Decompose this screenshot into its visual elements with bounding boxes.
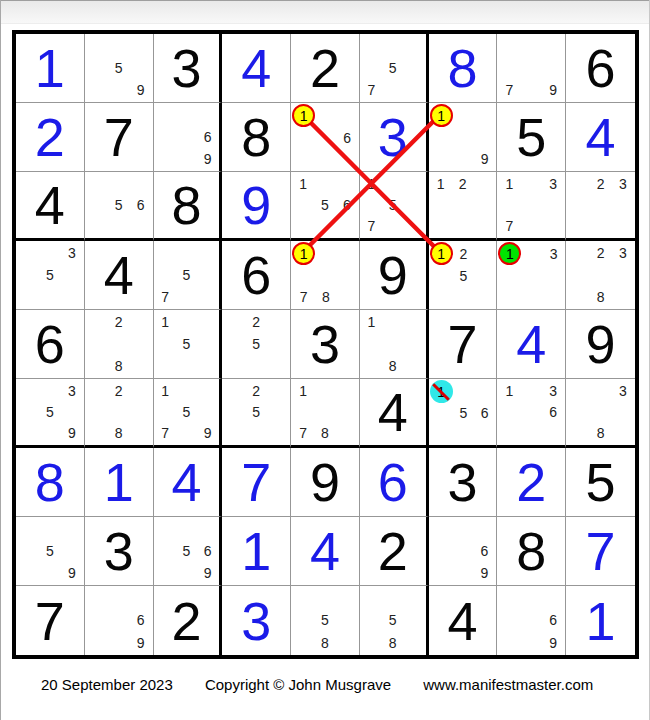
- footer-date: 20 September 2023: [41, 676, 173, 693]
- pencil-slot-1: [17, 380, 39, 401]
- pencil-slot-2: 2: [453, 242, 474, 265]
- cell-r5c7[interactable]: 7: [429, 310, 498, 379]
- pencil-slot-1: [86, 35, 108, 57]
- cell-value: 4: [104, 248, 134, 302]
- pencil-slot-3: [130, 35, 152, 57]
- pencil-slot-1: [86, 380, 108, 401]
- pencil-slot-5: 5: [108, 57, 130, 79]
- pencil-slot-3: 3: [61, 380, 83, 401]
- pencil-slot-5: [521, 265, 542, 287]
- pencil-slot-8: 8: [314, 632, 336, 654]
- pencil-slot-6: [403, 57, 424, 79]
- pencil-slot-4: [430, 127, 453, 149]
- pencil-slot-7: [86, 632, 108, 654]
- pencil-slot-6: [197, 401, 218, 422]
- pencil-slot-6: 6: [130, 609, 152, 631]
- cell-r1c6[interactable]: 57: [360, 34, 429, 103]
- cell-r1c1[interactable]: 1: [16, 34, 85, 103]
- cell-r3c3[interactable]: 8: [154, 172, 223, 241]
- cell-value: 8: [171, 178, 201, 232]
- cell-value: 8: [35, 455, 65, 509]
- highlighted-candidate: 1: [292, 104, 315, 127]
- pencil-slot-2: [176, 380, 197, 401]
- pencil-slot-5: [382, 333, 403, 355]
- cell-r6c6[interactable]: 4: [360, 379, 429, 448]
- cell-value: 6: [586, 41, 616, 95]
- cell-r2c2[interactable]: 7: [85, 103, 154, 172]
- pencil-slot-1: [361, 587, 382, 609]
- highlighted-candidate: 1: [292, 242, 315, 265]
- cell-r1c7[interactable]: 8: [429, 34, 498, 103]
- cell-value: 9: [241, 178, 271, 232]
- cell-r1c2[interactable]: 59: [85, 34, 154, 103]
- cell-r6c4[interactable]: 25: [222, 379, 291, 448]
- pencil-slot-1: [155, 518, 176, 540]
- pencil-slot-8: [108, 632, 130, 654]
- pencil-marks: 56: [86, 173, 152, 237]
- cell-r7c6[interactable]: 6: [360, 448, 429, 517]
- cell-r7c5[interactable]: 9: [291, 448, 360, 517]
- pencil-slot-9: [403, 216, 424, 237]
- cell-r6c9[interactable]: 38: [566, 379, 635, 448]
- pencil-slot-2: [176, 242, 197, 264]
- pencil-slot-8: [39, 286, 61, 308]
- cell-r7c3[interactable]: 4: [154, 448, 223, 517]
- pencil-slot-3: [474, 518, 496, 540]
- pencil-slot-4: [430, 194, 452, 215]
- eliminated-candidate: 1: [430, 380, 453, 403]
- pencil-marks: 25: [223, 311, 289, 377]
- pencil-slot-9: 9: [61, 423, 83, 444]
- pencil-slot-5: [520, 194, 542, 215]
- pencil-slot-7: [361, 355, 382, 377]
- cell-r4c1[interactable]: 35: [16, 241, 85, 310]
- pencil-marks: 18: [361, 311, 425, 377]
- pencil-marks: 569: [155, 518, 219, 584]
- pencil-slot-1: 1: [155, 311, 176, 333]
- pencil-slot-7: [17, 562, 39, 584]
- cell-r4c5[interactable]: 178: [291, 241, 360, 310]
- cell-r8c7[interactable]: 69: [429, 517, 498, 586]
- pencil-slot-4: [292, 127, 315, 149]
- pencil-slot-8: [245, 355, 267, 377]
- cell-r2c8[interactable]: 5: [497, 103, 566, 172]
- cell-value: 2: [171, 594, 201, 648]
- pencil-slot-8: [108, 216, 130, 237]
- cell-r8c1[interactable]: 59: [16, 517, 85, 586]
- pencil-slot-4: [498, 194, 520, 215]
- pencil-slot-1: [86, 173, 108, 194]
- pencil-slot-5: 5: [382, 609, 403, 631]
- cell-value: 3: [378, 110, 408, 164]
- pencil-slot-6: [474, 194, 496, 215]
- cell-r4c2[interactable]: 4: [85, 241, 154, 310]
- pencil-marks: 58: [361, 587, 425, 654]
- pencil-slot-1: [86, 311, 108, 333]
- pencil-slot-3: [542, 35, 564, 57]
- pencil-slot-9: [197, 286, 218, 308]
- pencil-slot-5: [108, 609, 130, 631]
- cell-r2c7[interactable]: 19: [429, 103, 498, 172]
- pencil-slot-8: [520, 216, 542, 237]
- pencil-slot-2: [382, 311, 403, 333]
- pencil-slot-7: [292, 632, 314, 654]
- pencil-slot-6: [474, 127, 495, 149]
- cell-r9c3[interactable]: 2: [154, 586, 223, 655]
- cell-r7c4[interactable]: 7: [222, 448, 291, 517]
- sudoku-board: 1593425787962769816319544568915615712137…: [12, 30, 639, 659]
- pencil-slot-4: [17, 540, 39, 562]
- pencil-slot-7: [155, 562, 176, 584]
- pencil-slot-4: [498, 609, 520, 631]
- pencil-slot-1: [567, 242, 589, 264]
- cell-r4c7[interactable]: 125: [429, 241, 498, 310]
- cell-r1c5[interactable]: 2: [291, 34, 360, 103]
- pencil-slot-5: 5: [245, 333, 267, 355]
- pencil-slot-4: [86, 609, 108, 631]
- pencil-slot-6: [130, 401, 152, 422]
- cell-r8c2[interactable]: 3: [85, 517, 154, 586]
- pencil-slot-5: 5: [382, 57, 403, 79]
- cell-value: 2: [378, 524, 408, 578]
- pencil-slot-5: 5: [314, 194, 336, 215]
- pencil-slot-9: 9: [197, 562, 218, 584]
- pencil-slot-8: 8: [382, 632, 403, 654]
- pencil-slot-3: [130, 173, 152, 194]
- pencil-slot-4: [17, 401, 39, 422]
- cell-value: 6: [241, 248, 271, 302]
- cell-r1c9[interactable]: 6: [566, 34, 635, 103]
- pencil-slot-3: [197, 242, 218, 264]
- pencil-slot-1: 1: [361, 311, 382, 333]
- cell-r4c4[interactable]: 6: [222, 241, 291, 310]
- pencil-slot-6: 6: [542, 401, 564, 422]
- cell-r2c6[interactable]: 3: [360, 103, 429, 172]
- cell-r2c9[interactable]: 4: [566, 103, 635, 172]
- pencil-slot-5: [589, 401, 611, 422]
- pencil-slot-7: 7: [498, 79, 520, 101]
- cell-r3c4[interactable]: 9: [222, 172, 291, 241]
- pencil-slot-4: [361, 609, 382, 631]
- cell-value: 2: [35, 110, 65, 164]
- pencil-slot-7: [361, 632, 382, 654]
- cell-r9c6[interactable]: 58: [360, 586, 429, 655]
- cell-r1c4[interactable]: 4: [222, 34, 291, 103]
- pencil-slot-2: [315, 242, 336, 265]
- pencil-slot-7: [292, 216, 314, 237]
- pencil-slot-8: [453, 287, 474, 309]
- pencil-slot-3: [474, 173, 496, 194]
- cell-r6c7[interactable]: 156: [429, 379, 498, 448]
- cell-r2c1[interactable]: 2: [16, 103, 85, 172]
- cell-r8c5[interactable]: 4: [291, 517, 360, 586]
- cell-value: 1: [104, 455, 134, 509]
- cell-r3c9[interactable]: 23: [566, 172, 635, 241]
- pencil-slot-8: 8: [108, 423, 130, 444]
- cell-r9c4[interactable]: 3: [222, 586, 291, 655]
- cell-value: 3: [171, 41, 201, 95]
- pencil-slot-7: 7: [155, 286, 176, 308]
- cell-r8c3[interactable]: 569: [154, 517, 223, 586]
- pencil-slot-3: [197, 518, 218, 540]
- pencil-slot-1: [498, 35, 520, 57]
- cell-r5c1[interactable]: 6: [16, 310, 85, 379]
- pencil-slot-1: [223, 311, 245, 333]
- cell-r6c1[interactable]: 359: [16, 379, 85, 448]
- pencil-slot-4: [86, 333, 108, 355]
- pencil-slot-9: 9: [474, 562, 496, 584]
- pencil-marks: 156: [430, 380, 496, 444]
- cell-r4c3[interactable]: 57: [154, 241, 223, 310]
- cell-r8c6[interactable]: 2: [360, 517, 429, 586]
- pencil-slot-6: [612, 194, 634, 215]
- pencil-slot-7: [155, 148, 176, 170]
- cell-r5c5[interactable]: 3: [291, 310, 360, 379]
- pencil-slot-3: [403, 311, 424, 333]
- pencil-slot-8: [176, 423, 197, 444]
- cell-value: 9: [310, 455, 340, 509]
- pencil-slot-2: 2: [245, 311, 267, 333]
- pencil-slot-1: [86, 587, 108, 609]
- cell-r6c3[interactable]: 1579: [154, 379, 223, 448]
- pencil-slot-6: [403, 194, 424, 215]
- pencil-slot-8: 8: [315, 287, 336, 309]
- pencil-slot-9: [542, 216, 564, 237]
- pencil-slot-9: [197, 355, 218, 377]
- pencil-marks: 157: [361, 173, 425, 237]
- pencil-slot-1: [430, 518, 452, 540]
- cell-r5c8[interactable]: 4: [497, 310, 566, 379]
- pencil-slot-3: [403, 587, 424, 609]
- pencil-slot-1: 1: [498, 380, 520, 401]
- pencil-slot-8: [452, 216, 474, 237]
- pencil-slot-2: [520, 173, 542, 194]
- pencil-slot-1: [292, 587, 314, 609]
- pencil-slot-4: [361, 57, 382, 79]
- pencil-slot-4: [361, 333, 382, 355]
- cell-r3c2[interactable]: 56: [85, 172, 154, 241]
- cell-r5c6[interactable]: 18: [360, 310, 429, 379]
- cell-r9c2[interactable]: 69: [85, 586, 154, 655]
- cell-r5c2[interactable]: 28: [85, 310, 154, 379]
- pencil-slot-3: 3: [612, 380, 634, 401]
- pencil-slot-4: [292, 401, 314, 422]
- pencil-slot-9: 9: [542, 79, 564, 101]
- pencil-slot-1: [223, 380, 245, 401]
- cell-value: 3: [310, 317, 340, 371]
- pencil-slot-6: 6: [197, 126, 218, 148]
- pencil-slot-2: [452, 518, 474, 540]
- cell-r6c2[interactable]: 28: [85, 379, 154, 448]
- pencil-slot-6: [130, 333, 152, 355]
- cell-value: 3: [448, 455, 478, 509]
- cell-r1c3[interactable]: 3: [154, 34, 223, 103]
- pencil-slot-2: [314, 587, 336, 609]
- cell-r4c6[interactable]: 9: [360, 241, 429, 310]
- pencil-slot-6: [336, 265, 357, 287]
- cell-r2c3[interactable]: 69: [154, 103, 223, 172]
- cell-value: 4: [378, 385, 408, 439]
- pencil-slot-5: [520, 401, 542, 422]
- pencil-slot-9: [61, 286, 83, 308]
- cell-value: 5: [516, 110, 546, 164]
- pencil-slot-6: [61, 401, 83, 422]
- pencil-marks: 19: [430, 104, 496, 170]
- pencil-slot-8: [39, 423, 61, 444]
- pencil-slot-1: 1: [361, 173, 382, 194]
- pencil-slot-7: 7: [361, 216, 382, 237]
- cell-r7c8[interactable]: 2: [497, 448, 566, 517]
- highlighted-candidate: 1: [430, 242, 453, 265]
- pencil-marks: 23: [567, 173, 634, 237]
- pencil-slot-7: [498, 423, 520, 444]
- cell-r7c9[interactable]: 5: [566, 448, 635, 517]
- pencil-slot-7: [430, 149, 453, 171]
- pencil-slot-1: [155, 104, 176, 126]
- pencil-slot-1: 1: [498, 173, 520, 194]
- cell-r3c6[interactable]: 157: [360, 172, 429, 241]
- pencil-slot-5: [452, 194, 474, 215]
- cell-value: 4: [35, 178, 65, 232]
- cell-value: 6: [378, 455, 408, 509]
- pencil-marks: 15: [155, 311, 219, 377]
- cell-r9c1[interactable]: 7: [16, 586, 85, 655]
- cell-r3c8[interactable]: 137: [497, 172, 566, 241]
- pencil-slot-6: [336, 609, 358, 631]
- pencil-slot-3: [336, 173, 358, 194]
- pencil-slot-2: [382, 35, 403, 57]
- pencil-slot-6: [197, 264, 218, 286]
- pencil-marks: 59: [86, 35, 152, 101]
- cell-value: 7: [586, 524, 616, 578]
- pencil-slot-3: [336, 587, 358, 609]
- cell-r5c4[interactable]: 25: [222, 310, 291, 379]
- cell-r8c9[interactable]: 7: [566, 517, 635, 586]
- pencil-slot-8: [176, 562, 197, 584]
- pencil-slot-8: [176, 148, 197, 170]
- pencil-slot-9: [612, 423, 634, 444]
- pencil-slot-3: [474, 380, 495, 403]
- pencil-slot-6: [543, 265, 564, 287]
- cell-r9c9[interactable]: 1: [566, 586, 635, 655]
- pencil-slot-1: 1: [155, 380, 176, 401]
- cell-r5c9[interactable]: 9: [566, 310, 635, 379]
- pencil-slot-5: 5: [176, 264, 197, 286]
- cell-r2c4[interactable]: 8: [222, 103, 291, 172]
- pencil-slot-6: 6: [474, 403, 495, 424]
- cell-value: 8: [448, 41, 478, 95]
- pencil-slot-5: 5: [382, 194, 403, 215]
- pencil-slot-1: [567, 173, 589, 194]
- pencil-marks: 16: [292, 104, 358, 170]
- pencil-slot-8: [382, 216, 403, 237]
- pencil-slot-4: [567, 401, 589, 422]
- pencil-slot-4: [155, 401, 176, 422]
- pencil-marks: 69: [86, 587, 152, 654]
- pencil-slot-8: 8: [589, 286, 611, 308]
- pencil-slot-9: 9: [474, 149, 495, 171]
- cell-r5c3[interactable]: 15: [154, 310, 223, 379]
- pencil-slot-7: [223, 423, 245, 444]
- cell-r9c5[interactable]: 58: [291, 586, 360, 655]
- pencil-slot-3: [130, 311, 152, 333]
- pencil-slot-7: [430, 562, 452, 584]
- pencil-marks: 28: [86, 311, 152, 377]
- pencil-slot-3: [197, 311, 218, 333]
- cell-r1c8[interactable]: 79: [497, 34, 566, 103]
- footer-website: www.manifestmaster.com: [423, 676, 593, 693]
- cell-r7c1[interactable]: 8: [16, 448, 85, 517]
- pencil-marks: 13: [498, 242, 564, 308]
- pencil-slot-3: 3: [542, 173, 564, 194]
- pencil-marks: 136: [498, 380, 564, 444]
- cell-r8c4[interactable]: 1: [222, 517, 291, 586]
- cell-r9c7[interactable]: 4: [429, 586, 498, 655]
- pencil-slot-9: [336, 149, 357, 171]
- pencil-marks: 57: [155, 242, 219, 308]
- pencil-slot-1: 1: [430, 173, 452, 194]
- cell-r3c7[interactable]: 12: [429, 172, 498, 241]
- pencil-slot-4: [223, 333, 245, 355]
- pencil-slot-2: [108, 173, 130, 194]
- pencil-marks: 359: [17, 380, 83, 444]
- pencil-slot-5: 5: [453, 403, 474, 424]
- pencil-slot-1: 1: [292, 104, 315, 127]
- pencil-slot-5: [315, 127, 336, 149]
- pencil-slot-2: [382, 587, 403, 609]
- pencil-slot-4: [292, 194, 314, 215]
- pencil-slot-5: 5: [245, 401, 267, 422]
- cell-r4c9[interactable]: 238: [566, 241, 635, 310]
- cell-r7c7[interactable]: 3: [429, 448, 498, 517]
- pencil-slot-8: [382, 79, 403, 101]
- cell-r2c5[interactable]: 16: [291, 103, 360, 172]
- cell-r9c8[interactable]: 69: [497, 586, 566, 655]
- cell-value: 4: [516, 317, 546, 371]
- pencil-slot-2: [520, 380, 542, 401]
- pencil-slot-3: [474, 104, 495, 127]
- pencil-slot-8: 8: [382, 355, 403, 377]
- cell-r3c1[interactable]: 4: [16, 172, 85, 241]
- pencil-slot-3: 3: [612, 242, 634, 264]
- pencil-slot-6: [403, 333, 424, 355]
- pencil-slot-2: [521, 242, 542, 265]
- cell-r6c8[interactable]: 136: [497, 379, 566, 448]
- pencil-slot-1: [567, 380, 589, 401]
- pencil-slot-8: 8: [589, 423, 611, 444]
- cell-value: 8: [516, 524, 546, 578]
- pencil-slot-6: 6: [197, 540, 218, 562]
- cell-r3c5[interactable]: 156: [291, 172, 360, 241]
- pencil-slot-1: 1: [430, 104, 453, 127]
- pencil-slot-6: [267, 333, 289, 355]
- pencil-slot-2: [176, 311, 197, 333]
- cell-r8c8[interactable]: 8: [497, 517, 566, 586]
- pencil-marks: 238: [567, 242, 634, 308]
- cell-r7c2[interactable]: 1: [85, 448, 154, 517]
- cell-value: 7: [448, 317, 478, 371]
- cell-r6c5[interactable]: 178: [291, 379, 360, 448]
- pencil-slot-2: [314, 173, 336, 194]
- pencil-slot-1: 1: [430, 242, 453, 265]
- pencil-slot-3: [336, 242, 357, 265]
- cell-value: 3: [104, 524, 134, 578]
- pencil-slot-5: [314, 401, 336, 422]
- pencil-slot-8: [245, 423, 267, 444]
- pencil-slot-7: [86, 216, 108, 237]
- pencil-slot-3: [336, 104, 357, 127]
- cell-r4c8[interactable]: 13: [497, 241, 566, 310]
